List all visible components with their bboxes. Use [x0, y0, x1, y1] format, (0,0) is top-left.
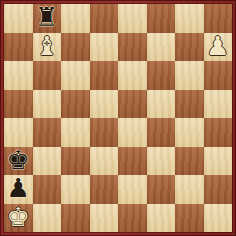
square-e7[interactable]	[118, 33, 147, 62]
square-h8[interactable]	[204, 4, 233, 33]
square-f6[interactable]	[147, 61, 176, 90]
square-h3[interactable]	[204, 147, 233, 176]
square-f4[interactable]	[147, 118, 176, 147]
square-c4[interactable]	[61, 118, 90, 147]
square-b8[interactable]: ♜	[33, 4, 62, 33]
square-g1[interactable]	[175, 204, 204, 233]
square-h5[interactable]	[204, 90, 233, 119]
square-c1[interactable]	[61, 204, 90, 233]
square-f5[interactable]	[147, 90, 176, 119]
square-a2[interactable]: ♟	[4, 175, 33, 204]
square-h7[interactable]: ♟	[204, 33, 233, 62]
square-d1[interactable]	[90, 204, 119, 233]
square-c8[interactable]	[61, 4, 90, 33]
square-c6[interactable]	[61, 61, 90, 90]
square-b5[interactable]	[33, 90, 62, 119]
square-f3[interactable]	[147, 147, 176, 176]
square-f2[interactable]	[147, 175, 176, 204]
square-e4[interactable]	[118, 118, 147, 147]
square-a5[interactable]	[4, 90, 33, 119]
square-f8[interactable]	[147, 4, 176, 33]
square-a8[interactable]	[4, 4, 33, 33]
square-f1[interactable]	[147, 204, 176, 233]
square-h4[interactable]	[204, 118, 233, 147]
square-d7[interactable]	[90, 33, 119, 62]
black-king-a3[interactable]: ♚	[7, 147, 30, 173]
square-e1[interactable]	[118, 204, 147, 233]
square-b1[interactable]	[33, 204, 62, 233]
square-g8[interactable]	[175, 4, 204, 33]
square-d5[interactable]	[90, 90, 119, 119]
square-e3[interactable]	[118, 147, 147, 176]
white-bishop-b7[interactable]: ♝	[35, 33, 58, 59]
square-a3[interactable]: ♚	[4, 147, 33, 176]
board-grid: ♜♝♟♚♟♚	[4, 4, 232, 232]
square-d6[interactable]	[90, 61, 119, 90]
square-d8[interactable]	[90, 4, 119, 33]
square-c5[interactable]	[61, 90, 90, 119]
square-a4[interactable]	[4, 118, 33, 147]
square-b6[interactable]	[33, 61, 62, 90]
square-a6[interactable]	[4, 61, 33, 90]
white-king-a1[interactable]: ♚	[7, 204, 30, 230]
square-g2[interactable]	[175, 175, 204, 204]
square-g4[interactable]	[175, 118, 204, 147]
square-d2[interactable]	[90, 175, 119, 204]
black-rook-b8[interactable]: ♜	[35, 4, 58, 30]
square-e6[interactable]	[118, 61, 147, 90]
square-d3[interactable]	[90, 147, 119, 176]
square-e2[interactable]	[118, 175, 147, 204]
white-pawn-h7[interactable]: ♟	[206, 33, 229, 59]
square-h6[interactable]	[204, 61, 233, 90]
square-b4[interactable]	[33, 118, 62, 147]
square-e8[interactable]	[118, 4, 147, 33]
square-h2[interactable]	[204, 175, 233, 204]
square-c7[interactable]	[61, 33, 90, 62]
square-e5[interactable]	[118, 90, 147, 119]
square-a7[interactable]	[4, 33, 33, 62]
chess-board: ♜♝♟♚♟♚	[0, 0, 236, 236]
square-c2[interactable]	[61, 175, 90, 204]
square-b3[interactable]	[33, 147, 62, 176]
square-b7[interactable]: ♝	[33, 33, 62, 62]
square-g3[interactable]	[175, 147, 204, 176]
square-g5[interactable]	[175, 90, 204, 119]
square-f7[interactable]	[147, 33, 176, 62]
square-a1[interactable]: ♚	[4, 204, 33, 233]
square-g6[interactable]	[175, 61, 204, 90]
square-h1[interactable]	[204, 204, 233, 233]
square-c3[interactable]	[61, 147, 90, 176]
square-g7[interactable]	[175, 33, 204, 62]
black-pawn-a2[interactable]: ♟	[7, 175, 30, 201]
square-d4[interactable]	[90, 118, 119, 147]
square-b2[interactable]	[33, 175, 62, 204]
